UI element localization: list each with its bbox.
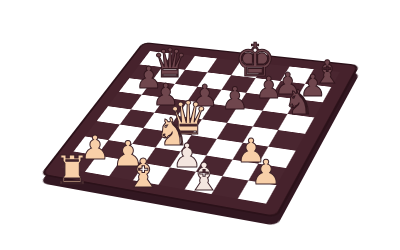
illustration-canvas: ♚♛♝♞♟♟♟♟♟♟♟♛♞♜♝♝♟♟♟♟♟ [0,0,400,250]
